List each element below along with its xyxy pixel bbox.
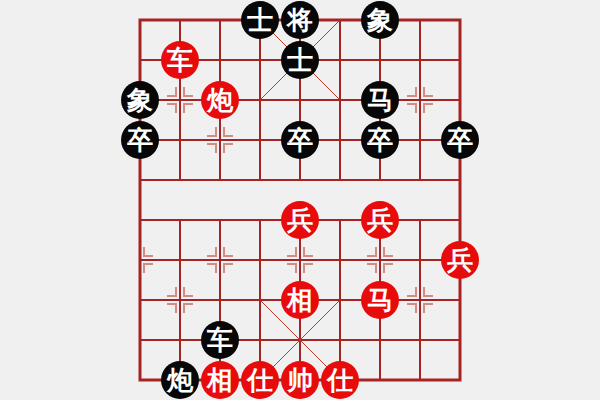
board-point-f8r2[interactable] [400,40,440,80]
board-point-f3r6[interactable] [200,200,240,240]
board-point-f9r6[interactable] [440,200,480,240]
board-point-f5r7[interactable] [280,240,320,280]
board-point-f6r9[interactable] [320,320,360,360]
xiangqi-diagram: 士将象车士象炮马卒卒卒卒兵兵兵相马车炮相仕帅仕 [0,0,600,400]
board-point-f2r10[interactable]: 炮 [160,360,200,400]
board-point-f4r5[interactable] [240,160,280,200]
board-point-f6r5[interactable] [320,160,360,200]
board-point-f9r1[interactable] [440,0,480,40]
board-point-f6r2[interactable] [320,40,360,80]
board-point-f6r10[interactable]: 仕 [320,360,360,400]
board-point-f6r7[interactable] [320,240,360,280]
piece-black-elephant[interactable]: 象 [361,1,399,39]
board-point-f1r1[interactable] [120,0,160,40]
board-point-f1r4[interactable]: 卒 [120,120,160,160]
piece-red-soldier[interactable]: 兵 [441,241,479,279]
board-point-f4r1[interactable]: 士 [240,0,280,40]
board-point-f9r10[interactable] [440,360,480,400]
board-point-f2r6[interactable] [160,200,200,240]
board-point-f7r3[interactable]: 马 [360,80,400,120]
board-point-f8r6[interactable] [400,200,440,240]
piece-red-advisor[interactable]: 仕 [321,361,359,399]
board-point-f4r2[interactable] [240,40,280,80]
board-point-f3r8[interactable] [200,280,240,320]
board-point-f6r1[interactable] [320,0,360,40]
board-point-f7r10[interactable] [360,360,400,400]
board-point-f6r8[interactable] [320,280,360,320]
board-point-f4r3[interactable] [240,80,280,120]
board-point-f1r2[interactable] [120,40,160,80]
piece-black-soldier[interactable]: 卒 [361,121,399,159]
board-point-f2r9[interactable] [160,320,200,360]
piece-red-elephant[interactable]: 相 [281,281,319,319]
board-point-f8r3[interactable] [400,80,440,120]
piece-red-soldier[interactable]: 兵 [281,201,319,239]
board-point-f5r9[interactable] [280,320,320,360]
board-point-f5r10[interactable]: 帅 [280,360,320,400]
piece-red-horse[interactable]: 马 [361,281,399,319]
board-point-f8r8[interactable] [400,280,440,320]
board-point-f1r5[interactable] [120,160,160,200]
board-point-f9r2[interactable] [440,40,480,80]
board-point-f3r3[interactable]: 炮 [200,80,240,120]
board-point-f1r6[interactable] [120,200,160,240]
board-point-f7r4[interactable]: 卒 [360,120,400,160]
piece-black-cannon[interactable]: 炮 [161,361,199,399]
board-point-f3r2[interactable] [200,40,240,80]
board-point-f8r5[interactable] [400,160,440,200]
board-point-f7r1[interactable]: 象 [360,0,400,40]
board-point-f4r4[interactable] [240,120,280,160]
board-point-f3r10[interactable]: 相 [200,360,240,400]
board-point-f9r7[interactable]: 兵 [440,240,480,280]
board-point-f7r5[interactable] [360,160,400,200]
piece-red-king[interactable]: 帅 [281,361,319,399]
board-point-f2r3[interactable] [160,80,200,120]
board-point-f5r1[interactable]: 将 [280,0,320,40]
board-point-f1r10[interactable] [120,360,160,400]
board-point-f3r4[interactable] [200,120,240,160]
board-point-f5r3[interactable] [280,80,320,120]
board-point-f9r8[interactable] [440,280,480,320]
piece-black-soldier[interactable]: 卒 [281,121,319,159]
board-point-f4r10[interactable]: 仕 [240,360,280,400]
board-point-f5r4[interactable]: 卒 [280,120,320,160]
board-point-f8r7[interactable] [400,240,440,280]
board-point-f9r4[interactable]: 卒 [440,120,480,160]
board-point-f1r8[interactable] [120,280,160,320]
board-point-f8r10[interactable] [400,360,440,400]
board-point-f8r4[interactable] [400,120,440,160]
piece-black-advisor[interactable]: 士 [281,41,319,79]
board-point-f1r3[interactable]: 象 [120,80,160,120]
board-point-f9r9[interactable] [440,320,480,360]
board-point-f4r7[interactable] [240,240,280,280]
piece-black-horse[interactable]: 马 [361,81,399,119]
board-point-f5r5[interactable] [280,160,320,200]
board-point-f1r9[interactable] [120,320,160,360]
piece-red-elephant[interactable]: 相 [201,361,239,399]
board-point-f2r5[interactable] [160,160,200,200]
piece-red-cannon[interactable]: 炮 [201,81,239,119]
board-point-f7r9[interactable] [360,320,400,360]
piece-black-advisor[interactable]: 士 [241,1,279,39]
board-point-f2r4[interactable] [160,120,200,160]
board-point-f7r6[interactable]: 兵 [360,200,400,240]
board-point-f7r8[interactable]: 马 [360,280,400,320]
board-point-f5r2[interactable]: 士 [280,40,320,80]
board-point-f3r1[interactable] [200,0,240,40]
board-point-f3r5[interactable] [200,160,240,200]
board-point-f9r5[interactable] [440,160,480,200]
piece-red-advisor[interactable]: 仕 [241,361,279,399]
board-point-f8r9[interactable] [400,320,440,360]
board-point-f7r2[interactable] [360,40,400,80]
board-point-f4r8[interactable] [240,280,280,320]
board-point-f5r6[interactable]: 兵 [280,200,320,240]
board-point-f2r1[interactable] [160,0,200,40]
board-point-f4r6[interactable] [240,200,280,240]
board-point-f6r4[interactable] [320,120,360,160]
piece-black-elephant[interactable]: 象 [121,81,159,119]
piece-black-king[interactable]: 将 [281,1,319,39]
board-point-f7r7[interactable] [360,240,400,280]
board-point-f6r3[interactable] [320,80,360,120]
piece-red-soldier[interactable]: 兵 [361,201,399,239]
board-point-f4r9[interactable] [240,320,280,360]
board-point-f2r2[interactable]: 车 [160,40,200,80]
piece-red-rook[interactable]: 车 [161,41,199,79]
xiangqi-board: 士将象车士象炮马卒卒卒卒兵兵兵相马车炮相仕帅仕 [120,0,480,400]
board-point-f1r7[interactable] [120,240,160,280]
board-point-f3r9[interactable]: 车 [200,320,240,360]
board-point-f8r1[interactable] [400,0,440,40]
board-point-f2r8[interactable] [160,280,200,320]
board-point-f2r7[interactable] [160,240,200,280]
piece-black-soldier[interactable]: 卒 [121,121,159,159]
board-point-f9r3[interactable] [440,80,480,120]
board-point-f3r7[interactable] [200,240,240,280]
board-point-f5r8[interactable]: 相 [280,280,320,320]
board-point-f6r6[interactable] [320,200,360,240]
piece-black-soldier[interactable]: 卒 [441,121,479,159]
piece-black-rook[interactable]: 车 [201,321,239,359]
